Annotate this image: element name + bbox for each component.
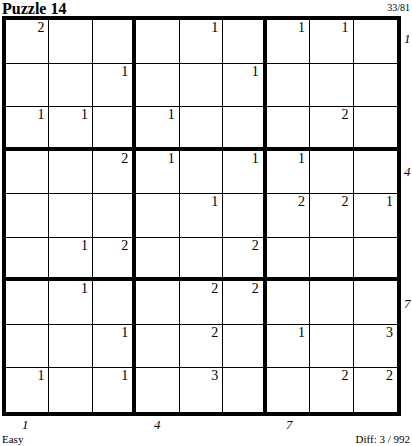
clue-number: 1: [342, 20, 349, 36]
cell-r8-c5[interactable]: 2: [180, 325, 223, 369]
cell-r1-c6[interactable]: [223, 20, 266, 64]
cell-r8-c6[interactable]: [223, 325, 266, 369]
clue-count: 33/81: [387, 2, 410, 13]
diff-stat: Diff: 3 / 992: [356, 433, 411, 445]
cell-r7-c1[interactable]: [6, 281, 49, 325]
clue-number: 2: [121, 238, 128, 254]
cell-r3-c8[interactable]: 2: [310, 107, 353, 151]
cell-r6-c6[interactable]: 2: [223, 238, 266, 282]
clue-number: 1: [168, 151, 175, 167]
cell-r7-c7[interactable]: [267, 281, 310, 325]
cell-r2-c8[interactable]: [310, 64, 353, 108]
cell-r9-c7[interactable]: [267, 368, 310, 412]
cell-r9-c9[interactable]: 2: [354, 368, 397, 412]
cell-r4-c6[interactable]: 1: [223, 151, 266, 195]
cell-r6-c8[interactable]: [310, 238, 353, 282]
difficulty-label: Easy: [2, 433, 23, 445]
cell-r3-c3[interactable]: [93, 107, 136, 151]
clue-number: 1: [81, 107, 88, 123]
cell-r6-c1[interactable]: [6, 238, 49, 282]
cell-r2-c7[interactable]: [267, 64, 310, 108]
cell-r2-c6[interactable]: 1: [223, 64, 266, 108]
cell-r5-c1[interactable]: [6, 194, 49, 238]
cell-r4-c5[interactable]: [180, 151, 223, 195]
cell-r1-c3[interactable]: [93, 20, 136, 64]
cell-r6-c9[interactable]: [354, 238, 397, 282]
cell-r7-c6[interactable]: 2: [223, 281, 266, 325]
cell-r8-c9[interactable]: 3: [354, 325, 397, 369]
clue-number: 1: [298, 20, 305, 36]
clue-number: 2: [252, 281, 259, 297]
clue-number: 1: [298, 151, 305, 167]
cell-r2-c4[interactable]: [136, 64, 179, 108]
clue-number: 2: [211, 281, 218, 297]
cell-r7-c4[interactable]: [136, 281, 179, 325]
cell-r9-c3[interactable]: 1: [93, 368, 136, 412]
cell-r3-c4[interactable]: 1: [136, 107, 179, 151]
cell-r1-c2[interactable]: [49, 20, 92, 64]
clue-number: 1: [81, 238, 88, 254]
col-label-1: 1: [22, 417, 29, 433]
cell-r7-c8[interactable]: [310, 281, 353, 325]
puzzle-page: Puzzle 14 33/81 211111111221111221122122…: [0, 0, 412, 446]
cell-r8-c8[interactable]: [310, 325, 353, 369]
cell-r3-c1[interactable]: 1: [6, 107, 49, 151]
cell-r5-c6[interactable]: [223, 194, 266, 238]
cell-r8-c7[interactable]: 1: [267, 325, 310, 369]
row-label-7: 7: [404, 296, 411, 312]
clue-number: 2: [298, 194, 305, 210]
clue-number: 3: [211, 368, 218, 384]
cell-r1-c7[interactable]: 1: [267, 20, 310, 64]
cell-r3-c9[interactable]: [354, 107, 397, 151]
cell-r4-c4[interactable]: 1: [136, 151, 179, 195]
cell-r4-c7[interactable]: 1: [267, 151, 310, 195]
cell-r6-c5[interactable]: [180, 238, 223, 282]
clue-number: 1: [386, 194, 393, 210]
cell-r7-c3[interactable]: [93, 281, 136, 325]
clue-number: 2: [386, 368, 393, 384]
cell-r4-c3[interactable]: 2: [93, 151, 136, 195]
cell-r3-c7[interactable]: [267, 107, 310, 151]
cell-r5-c2[interactable]: [49, 194, 92, 238]
cell-r9-c5[interactable]: 3: [180, 368, 223, 412]
cell-r7-c9[interactable]: [354, 281, 397, 325]
clue-number: 3: [386, 325, 393, 341]
cell-r8-c2[interactable]: [49, 325, 92, 369]
cell-r3-c5[interactable]: [180, 107, 223, 151]
cell-r5-c5[interactable]: 1: [180, 194, 223, 238]
cell-r8-c4[interactable]: [136, 325, 179, 369]
cell-r6-c7[interactable]: [267, 238, 310, 282]
cell-r8-c3[interactable]: 1: [93, 325, 136, 369]
cell-r4-c9[interactable]: [354, 151, 397, 195]
cell-r4-c8[interactable]: [310, 151, 353, 195]
cell-r9-c8[interactable]: 2: [310, 368, 353, 412]
clue-number: 2: [211, 325, 218, 341]
col-label-4: 4: [154, 417, 161, 433]
cell-r4-c2[interactable]: [49, 151, 92, 195]
cell-r7-c5[interactable]: 2: [180, 281, 223, 325]
cell-r9-c4[interactable]: [136, 368, 179, 412]
clue-number: 2: [342, 194, 349, 210]
clue-number: 2: [121, 151, 128, 167]
cell-r6-c3[interactable]: 2: [93, 238, 136, 282]
cell-r5-c8[interactable]: 2: [310, 194, 353, 238]
clue-number: 1: [168, 107, 175, 123]
cell-r9-c6[interactable]: [223, 368, 266, 412]
cell-r1-c8[interactable]: 1: [310, 20, 353, 64]
cell-r7-c2[interactable]: 1: [49, 281, 92, 325]
cell-r1-c1[interactable]: 2: [6, 20, 49, 64]
cell-r2-c1[interactable]: [6, 64, 49, 108]
clue-number: 1: [121, 64, 128, 80]
clue-number: 1: [252, 151, 259, 167]
clue-number: 1: [298, 325, 305, 341]
cell-r6-c2[interactable]: 1: [49, 238, 92, 282]
cell-r2-c5[interactable]: [180, 64, 223, 108]
cell-r5-c3[interactable]: [93, 194, 136, 238]
clue-number: 2: [342, 368, 349, 384]
cell-r2-c3[interactable]: 1: [93, 64, 136, 108]
clue-number: 1: [37, 107, 44, 123]
cell-r8-c1[interactable]: [6, 325, 49, 369]
cell-r9-c2[interactable]: [49, 368, 92, 412]
board: 211111111221111221122122121311322: [2, 16, 401, 416]
clue-number: 1: [211, 194, 218, 210]
cell-r6-c4[interactable]: [136, 238, 179, 282]
cell-r1-c5[interactable]: 1: [180, 20, 223, 64]
clue-number: 1: [211, 20, 218, 36]
clue-number: 2: [252, 238, 259, 254]
cell-r5-c9[interactable]: 1: [354, 194, 397, 238]
cell-r2-c9[interactable]: [354, 64, 397, 108]
cell-r3-c2[interactable]: 1: [49, 107, 92, 151]
cell-r5-c4[interactable]: [136, 194, 179, 238]
row-label-1: 1: [404, 31, 411, 47]
clue-number: 1: [121, 368, 128, 384]
cell-r1-c4[interactable]: [136, 20, 179, 64]
clue-number: 2: [342, 107, 349, 123]
clue-number: 1: [37, 368, 44, 384]
cell-r3-c6[interactable]: [223, 107, 266, 151]
clue-number: 1: [252, 64, 259, 80]
clue-number: 1: [81, 281, 88, 297]
cell-r2-c2[interactable]: [49, 64, 92, 108]
clue-number: 2: [37, 20, 44, 36]
cell-r9-c1[interactable]: 1: [6, 368, 49, 412]
cell-r5-c7[interactable]: 2: [267, 194, 310, 238]
cell-r4-c1[interactable]: [6, 151, 49, 195]
row-label-4: 4: [404, 164, 411, 180]
clue-number: 1: [121, 325, 128, 341]
col-label-7: 7: [286, 417, 293, 433]
cell-r1-c9[interactable]: [354, 20, 397, 64]
